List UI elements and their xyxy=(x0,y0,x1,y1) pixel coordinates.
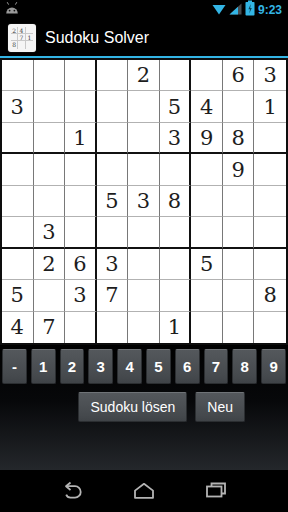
sudoku-cell-r7c9[interactable] xyxy=(254,249,286,280)
keypad-button-3[interactable]: 3 xyxy=(88,349,113,384)
sudoku-cell-r6c8[interactable] xyxy=(223,217,255,248)
app-icon-cell: 4 xyxy=(18,27,25,34)
sudoku-cell-r2c4[interactable] xyxy=(97,91,129,122)
home-icon[interactable] xyxy=(131,478,157,504)
sudoku-cell-r4c2[interactable] xyxy=(34,154,66,185)
number-keypad: -123456789 xyxy=(0,349,288,384)
page-title: Sudoku Solver xyxy=(45,29,149,47)
signal-icon xyxy=(229,1,242,19)
app-icon-cell xyxy=(26,27,33,34)
sudoku-cell-r5c7[interactable] xyxy=(191,186,223,217)
sudoku-cell-r9c2[interactable]: 7 xyxy=(34,312,66,343)
wifi-icon xyxy=(212,1,226,19)
sudoku-cell-r2c3[interactable] xyxy=(65,91,97,122)
sudoku-cell-r8c5[interactable] xyxy=(128,280,160,311)
new-button[interactable]: Neu xyxy=(195,392,245,422)
sudoku-cell-r4c6[interactable] xyxy=(160,154,192,185)
sudoku-cell-r7c4[interactable]: 3 xyxy=(97,249,129,280)
sudoku-cell-r9c6[interactable]: 1 xyxy=(160,312,192,343)
sudoku-cell-r5c8[interactable] xyxy=(223,186,255,217)
sudoku-cell-r1c1[interactable] xyxy=(2,60,34,91)
app-icon-cell: 8 xyxy=(11,41,18,48)
sudoku-cell-r1c5[interactable]: 2 xyxy=(128,60,160,91)
solve-button[interactable]: Sudoku lösen xyxy=(78,392,187,422)
android-robot-icon xyxy=(4,0,20,20)
sudoku-cell-r4c7[interactable] xyxy=(191,154,223,185)
sudoku-cell-r7c2[interactable]: 2 xyxy=(34,249,66,280)
sudoku-cell-r9c8[interactable] xyxy=(223,312,255,343)
sudoku-cell-r7c1[interactable] xyxy=(2,249,34,280)
sudoku-cell-r7c6[interactable] xyxy=(160,249,192,280)
sudoku-cell-r5c2[interactable] xyxy=(34,186,66,217)
sudoku-cell-r4c1[interactable] xyxy=(2,154,34,185)
sudoku-cell-r4c5[interactable] xyxy=(128,154,160,185)
keypad-button-2[interactable]: 2 xyxy=(60,349,85,384)
sudoku-cell-r8c2[interactable] xyxy=(34,280,66,311)
keypad-button-7[interactable]: 7 xyxy=(204,349,229,384)
sudoku-cell-r9c4[interactable] xyxy=(97,312,129,343)
sudoku-cell-r5c5[interactable]: 3 xyxy=(128,186,160,217)
control-panel: -123456789 Sudoku lösen Neu xyxy=(0,345,288,470)
sudoku-cell-r9c7[interactable] xyxy=(191,312,223,343)
sudoku-cell-r1c4[interactable] xyxy=(97,60,129,91)
sudoku-cell-r4c8[interactable]: 9 xyxy=(223,154,255,185)
action-bar: 24718 Sudoku Solver xyxy=(0,19,288,56)
sudoku-cell-r5c1[interactable] xyxy=(2,186,34,217)
sudoku-cell-r2c7[interactable]: 4 xyxy=(191,91,223,122)
sudoku-cell-r1c3[interactable] xyxy=(65,60,97,91)
sudoku-cell-r1c6[interactable] xyxy=(160,60,192,91)
sudoku-cell-r3c1[interactable] xyxy=(2,123,34,154)
sudoku-cell-r9c5[interactable] xyxy=(128,312,160,343)
sudoku-cell-r6c1[interactable] xyxy=(2,217,34,248)
sudoku-cell-r6c5[interactable] xyxy=(128,217,160,248)
sudoku-cell-r9c1[interactable]: 4 xyxy=(2,312,34,343)
sudoku-cell-r3c6[interactable]: 3 xyxy=(160,123,192,154)
keypad-button-6[interactable]: 6 xyxy=(175,349,200,384)
sudoku-cell-r4c9[interactable] xyxy=(254,154,286,185)
sudoku-cell-r2c1[interactable]: 3 xyxy=(2,91,34,122)
sudoku-cell-r9c3[interactable] xyxy=(65,312,97,343)
sudoku-cell-r3c3[interactable]: 1 xyxy=(65,123,97,154)
sudoku-cell-r8c4[interactable]: 7 xyxy=(97,280,129,311)
sudoku-cell-r1c7[interactable] xyxy=(191,60,223,91)
sudoku-cell-r2c8[interactable] xyxy=(223,91,255,122)
sudoku-cell-r3c8[interactable]: 8 xyxy=(223,123,255,154)
sudoku-cell-r6c9[interactable] xyxy=(254,217,286,248)
action-button-row: Sudoku lösen Neu xyxy=(0,392,288,422)
sudoku-cell-r1c8[interactable]: 6 xyxy=(223,60,255,91)
sudoku-cell-r6c7[interactable] xyxy=(191,217,223,248)
sudoku-cell-r2c2[interactable] xyxy=(34,91,66,122)
sudoku-cell-r8c9[interactable]: 8 xyxy=(254,280,286,311)
sudoku-cell-r8c1[interactable]: 5 xyxy=(2,280,34,311)
sudoku-cell-r6c6[interactable] xyxy=(160,217,192,248)
navigation-bar xyxy=(0,470,288,512)
sudoku-cell-r7c5[interactable] xyxy=(128,249,160,280)
sudoku-cell-r1c2[interactable] xyxy=(34,60,66,91)
status-time: 9:23 xyxy=(258,3,284,17)
sudoku-cell-r8c8[interactable] xyxy=(223,280,255,311)
sudoku-cell-r7c8[interactable] xyxy=(223,249,255,280)
status-bar: 9:23 xyxy=(0,0,288,19)
sudoku-cell-r3c9[interactable] xyxy=(254,123,286,154)
sudoku-cell-r5c9[interactable] xyxy=(254,186,286,217)
sudoku-cell-r8c3[interactable]: 3 xyxy=(65,280,97,311)
app-icon-cell xyxy=(26,41,33,48)
recents-icon[interactable] xyxy=(203,478,229,504)
sudoku-cell-r3c7[interactable]: 9 xyxy=(191,123,223,154)
keypad-button-4[interactable]: 4 xyxy=(117,349,142,384)
sudoku-cell-r5c4[interactable]: 5 xyxy=(97,186,129,217)
battery-charging-icon xyxy=(245,0,255,20)
sudoku-cell-r4c4[interactable] xyxy=(97,154,129,185)
keypad-button-1[interactable]: 1 xyxy=(31,349,56,384)
sudoku-cell-r2c9[interactable]: 1 xyxy=(254,91,286,122)
sudoku-cell-r6c4[interactable] xyxy=(97,217,129,248)
sudoku-cell-r2c6[interactable]: 5 xyxy=(160,91,192,122)
app-icon-cell: 7 xyxy=(18,34,25,41)
sudoku-cell-r2c5[interactable] xyxy=(128,91,160,122)
sudoku-cell-r7c3[interactable]: 6 xyxy=(65,249,97,280)
sudoku-cell-r3c2[interactable] xyxy=(34,123,66,154)
keypad-button-8[interactable]: 8 xyxy=(232,349,257,384)
sudoku-board: 263354113989538326355378471 xyxy=(0,58,288,345)
app-icon: 24718 xyxy=(8,24,36,52)
app-icon-cell xyxy=(18,41,25,48)
keypad-button-clear[interactable]: - xyxy=(2,349,27,384)
sudoku-cell-r6c2[interactable]: 3 xyxy=(34,217,66,248)
sudoku-cell-r5c6[interactable]: 8 xyxy=(160,186,192,217)
back-icon[interactable] xyxy=(59,478,85,504)
sudoku-cell-r3c4[interactable] xyxy=(97,123,129,154)
app-icon-cell xyxy=(11,34,18,41)
sudoku-cell-r1c9[interactable]: 3 xyxy=(254,60,286,91)
app-icon-cell: 2 xyxy=(11,27,18,34)
keypad-button-9[interactable]: 9 xyxy=(261,349,286,384)
sudoku-cell-r4c3[interactable] xyxy=(65,154,97,185)
sudoku-cell-r6c3[interactable] xyxy=(65,217,97,248)
sudoku-cell-r9c9[interactable] xyxy=(254,312,286,343)
app-icon-cell: 1 xyxy=(26,34,33,41)
sudoku-cell-r5c3[interactable] xyxy=(65,186,97,217)
sudoku-cell-r8c6[interactable] xyxy=(160,280,192,311)
keypad-button-5[interactable]: 5 xyxy=(146,349,171,384)
sudoku-cell-r7c7[interactable]: 5 xyxy=(191,249,223,280)
sudoku-cell-r3c5[interactable] xyxy=(128,123,160,154)
sudoku-cell-r8c7[interactable] xyxy=(191,280,223,311)
phone-screen: 9:23 24718 Sudoku Solver 263354113989538… xyxy=(0,0,288,512)
